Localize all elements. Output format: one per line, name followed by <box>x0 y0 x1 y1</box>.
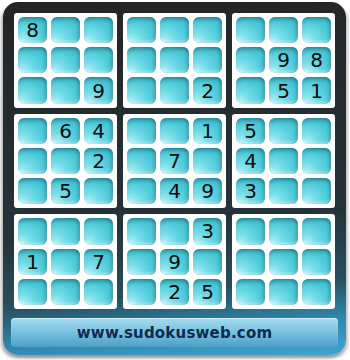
cell-r7c8[interactable] <box>269 218 298 244</box>
cell-r4c7[interactable]: 5 <box>236 118 265 144</box>
cell-r7c3[interactable] <box>84 218 113 244</box>
cell-r5c4[interactable] <box>127 148 156 174</box>
box-1-3: 9851 <box>232 13 335 108</box>
cell-r4c6[interactable]: 1 <box>193 118 222 144</box>
cell-r2c6[interactable] <box>193 47 222 73</box>
cell-r7c2[interactable] <box>51 218 80 244</box>
cell-r1c5[interactable] <box>160 17 189 43</box>
cell-r7c1[interactable] <box>18 218 47 244</box>
cell-r8c6[interactable] <box>193 249 222 275</box>
cell-r9c7[interactable] <box>236 279 265 305</box>
website-url[interactable]: www.sudokusweb.com <box>77 324 272 342</box>
cell-r3c5[interactable] <box>160 77 189 103</box>
cell-r2c2[interactable] <box>51 47 80 73</box>
cell-r3c2[interactable] <box>51 77 80 103</box>
cell-r5c2[interactable] <box>51 148 80 174</box>
cell-r1c2[interactable] <box>51 17 80 43</box>
cell-r4c3[interactable]: 4 <box>84 118 113 144</box>
cell-r8c4[interactable] <box>127 249 156 275</box>
cell-r8c1[interactable]: 1 <box>18 249 47 275</box>
box-3-1: 17 <box>14 214 117 309</box>
cell-r8c8[interactable] <box>269 249 298 275</box>
cell-r6c7[interactable]: 3 <box>236 178 265 204</box>
cell-r9c8[interactable] <box>269 279 298 305</box>
cell-r9c9[interactable] <box>302 279 331 305</box>
cell-r9c1[interactable] <box>18 279 47 305</box>
cell-r6c2[interactable]: 5 <box>51 178 80 204</box>
cell-r7c9[interactable] <box>302 218 331 244</box>
box-1-1: 89 <box>14 13 117 108</box>
cell-r4c4[interactable] <box>127 118 156 144</box>
cell-r6c9[interactable] <box>302 178 331 204</box>
cell-r3c3[interactable]: 9 <box>84 77 113 103</box>
cell-r5c7[interactable]: 4 <box>236 148 265 174</box>
box-1-2: 2 <box>123 13 226 108</box>
cell-r7c6[interactable]: 3 <box>193 218 222 244</box>
cell-r1c1[interactable]: 8 <box>18 17 47 43</box>
cell-r3c9[interactable]: 1 <box>302 77 331 103</box>
cell-r9c3[interactable] <box>84 279 113 305</box>
cell-r4c9[interactable] <box>302 118 331 144</box>
cell-r1c8[interactable] <box>269 17 298 43</box>
cell-r8c2[interactable] <box>51 249 80 275</box>
cell-r3c8[interactable]: 5 <box>269 77 298 103</box>
cell-r5c8[interactable] <box>269 148 298 174</box>
cell-r4c8[interactable] <box>269 118 298 144</box>
cell-r2c7[interactable] <box>236 47 265 73</box>
cell-r6c8[interactable] <box>269 178 298 204</box>
cell-r6c5[interactable]: 4 <box>160 178 189 204</box>
box-3-2: 3925 <box>123 214 226 309</box>
cell-r5c5[interactable]: 7 <box>160 148 189 174</box>
sudoku-page: 892985164251749543173925 www.sudokusweb.… <box>0 0 350 360</box>
footer-bar: www.sudokusweb.com <box>11 318 338 347</box>
cell-r1c9[interactable] <box>302 17 331 43</box>
cell-r4c2[interactable]: 6 <box>51 118 80 144</box>
cell-r9c4[interactable] <box>127 279 156 305</box>
cell-r9c6[interactable]: 5 <box>193 279 222 305</box>
cell-r2c8[interactable]: 9 <box>269 47 298 73</box>
cell-r5c1[interactable] <box>18 148 47 174</box>
cell-r1c4[interactable] <box>127 17 156 43</box>
cell-r7c7[interactable] <box>236 218 265 244</box>
sudoku-board: 892985164251749543173925 <box>14 13 335 309</box>
cell-r8c5[interactable]: 9 <box>160 249 189 275</box>
cell-r3c7[interactable] <box>236 77 265 103</box>
cell-r1c3[interactable] <box>84 17 113 43</box>
box-2-1: 6425 <box>14 114 117 209</box>
box-3-3 <box>232 214 335 309</box>
cell-r7c4[interactable] <box>127 218 156 244</box>
cell-r3c6[interactable]: 2 <box>193 77 222 103</box>
cell-r5c6[interactable] <box>193 148 222 174</box>
cell-r4c1[interactable] <box>18 118 47 144</box>
cell-r6c4[interactable] <box>127 178 156 204</box>
cell-r5c3[interactable]: 2 <box>84 148 113 174</box>
cell-r8c9[interactable] <box>302 249 331 275</box>
cell-r2c9[interactable]: 8 <box>302 47 331 73</box>
sudoku-board-frame: 892985164251749543173925 www.sudokusweb.… <box>3 2 346 355</box>
cell-r8c3[interactable]: 7 <box>84 249 113 275</box>
cell-r9c5[interactable]: 2 <box>160 279 189 305</box>
cell-r1c7[interactable] <box>236 17 265 43</box>
cell-r4c5[interactable] <box>160 118 189 144</box>
cell-r6c3[interactable] <box>84 178 113 204</box>
cell-r2c4[interactable] <box>127 47 156 73</box>
cell-r6c1[interactable] <box>18 178 47 204</box>
cell-r3c4[interactable] <box>127 77 156 103</box>
cell-r8c7[interactable] <box>236 249 265 275</box>
cell-r1c6[interactable] <box>193 17 222 43</box>
cell-r9c2[interactable] <box>51 279 80 305</box>
cell-r7c5[interactable] <box>160 218 189 244</box>
cell-r2c3[interactable] <box>84 47 113 73</box>
cell-r2c5[interactable] <box>160 47 189 73</box>
cell-r3c1[interactable] <box>18 77 47 103</box>
cell-r6c6[interactable]: 9 <box>193 178 222 204</box>
cell-r5c9[interactable] <box>302 148 331 174</box>
cell-r2c1[interactable] <box>18 47 47 73</box>
box-2-2: 1749 <box>123 114 226 209</box>
box-2-3: 543 <box>232 114 335 209</box>
